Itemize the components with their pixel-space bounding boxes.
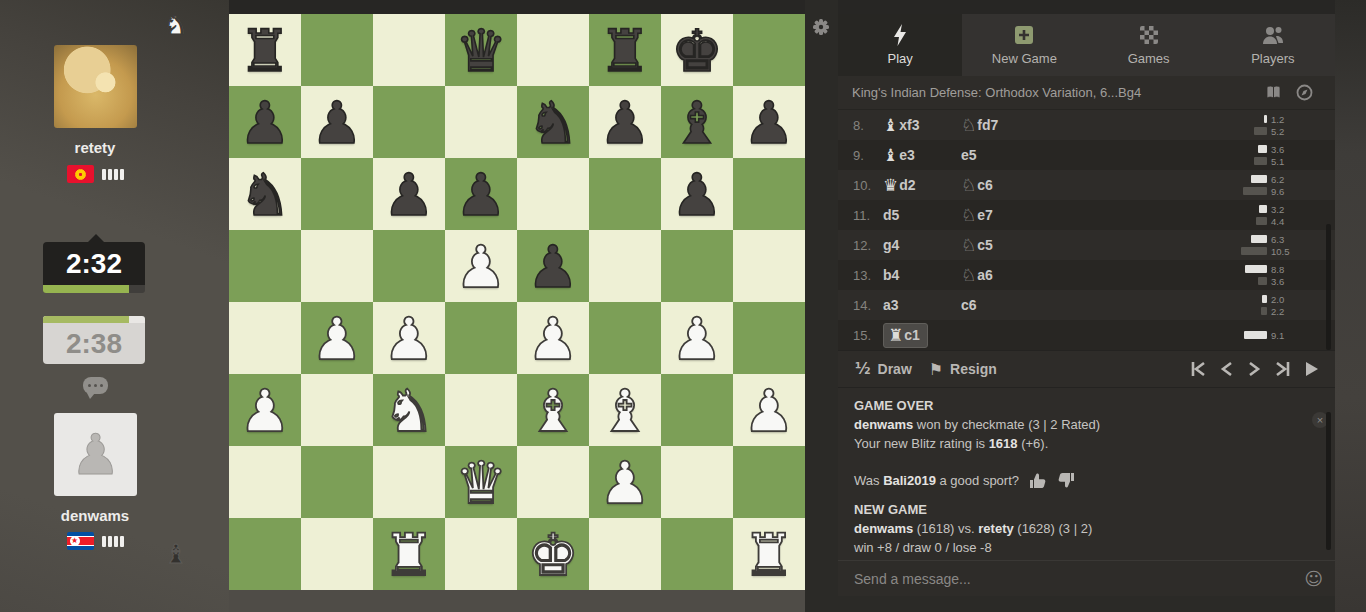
time-spent-black: 10.5 [1241,247,1293,256]
square-f7[interactable]: ♟ [589,86,661,158]
white-knight[interactable]: ♞ [373,374,445,446]
square-e3[interactable]: ♝ [517,374,589,446]
move-san: fd7 [977,117,998,133]
time-spent-white: 6.3 [1251,235,1293,244]
square-c4[interactable]: ♟ [373,302,445,374]
square-a2[interactable] [229,446,301,518]
move-times: 6.310.5 [1183,235,1293,256]
move-san: b4 [883,267,899,283]
square-a3[interactable]: ♟ [229,374,301,446]
black-move[interactable]: ♘c5 [961,235,1039,255]
half-point-icon: ½ [855,360,871,378]
square-c3[interactable]: ♞ [373,374,445,446]
black-knight[interactable]: ♞ [517,86,589,158]
black-move[interactable]: ♘c6 [961,175,1039,195]
square-e8[interactable] [517,14,589,86]
move-row-10: 10.♛d2♘c66.29.6 [838,170,1335,200]
move-list-scrollbar[interactable] [1326,224,1331,350]
square-d8[interactable]: ♛ [445,14,517,86]
move-row-8: 8.♝xf3♘fd71.25.2 [838,110,1335,140]
move-san: d2 [899,177,915,193]
black-move[interactable]: ♘a6 [961,265,1039,285]
tab-games[interactable]: Games [1087,14,1211,76]
black-piece-figurine: ♘ [961,175,976,195]
white-pawn[interactable]: ♟ [445,230,517,302]
time-spent-white: 1.2 [1264,115,1293,124]
square-d7[interactable] [445,86,517,158]
square-g8[interactable]: ♚ [661,14,733,86]
tab-new-game[interactable]: New Game [962,14,1086,76]
move-times: 2.02.2 [1183,295,1293,316]
nav-next-icon[interactable] [1247,361,1261,377]
move-san: d5 [883,207,899,223]
black-pawn[interactable]: ♟ [661,158,733,230]
square-e6[interactable] [517,158,589,230]
move-san: a3 [883,297,899,313]
white-piece-figurine: ♝ [883,145,898,165]
explorer-compass-icon[interactable] [1296,84,1313,101]
move-times: 6.29.6 [1183,175,1293,196]
white-king[interactable]: ♚ [517,518,589,590]
time-spent-black: 9.6 [1243,187,1293,196]
move-times: 3.24.4 [1183,205,1293,226]
square-b1[interactable] [301,518,373,590]
move-san: c1 [904,327,920,343]
move-number: 8. [853,118,883,133]
board-grid-icon [1138,24,1160,46]
time-spent-black: 5.2 [1254,127,1293,136]
tab-label: New Game [992,51,1057,66]
square-c6[interactable]: ♟ [373,158,445,230]
square-b2[interactable] [301,446,373,518]
square-d2[interactable]: ♛ [445,446,517,518]
black-piece-figurine: ♘ [961,115,976,135]
white-pawn[interactable]: ♟ [301,302,373,374]
black-pawn[interactable]: ♟ [373,158,445,230]
square-h5[interactable] [733,230,805,302]
move-row-9: 9.♝e3e53.65.1 [838,140,1335,170]
black-move[interactable]: e5 [961,147,1039,163]
black-pawn[interactable]: ♟ [301,86,373,158]
connection-bars-icon [102,536,124,547]
clock-white: 2:38 [43,323,145,364]
new-game-odds: win +8 / draw 0 / lose -8 [854,538,1092,557]
thumbs-down-icon[interactable] [1057,472,1075,489]
square-f8[interactable]: ♜ [589,14,661,86]
black-king[interactable]: ♚ [661,14,733,86]
square-g3[interactable] [661,374,733,446]
white-move[interactable]: ♝xf3 [883,115,961,135]
north-korea-flag-icon: ★ [67,532,94,550]
time-spent-white: 2.0 [1262,295,1293,304]
move-san: c6 [977,177,993,193]
move-times: 9.1 [1183,331,1293,340]
board[interactable]: ♜♛♜♚♟♟♞♟♝♟♞♟♟♟♟♟♟♟♟♟♟♞♝♝♟♛♟♜♚♜ [229,14,805,590]
square-f1[interactable] [589,518,661,590]
black-pawn[interactable]: ♟ [589,86,661,158]
time-spent-black: 3.6 [1258,277,1293,286]
square-g4[interactable]: ♟ [661,302,733,374]
white-rook[interactable]: ♜ [733,518,805,590]
white-move[interactable]: ♛d2 [883,175,961,195]
chat-bubble-icon [83,377,108,394]
emoji-smiley-icon[interactable]: ☺ [1304,568,1323,589]
white-move[interactable]: g4 [883,237,961,253]
square-b5[interactable] [301,230,373,302]
below-board-strip [229,590,805,612]
move-san: e5 [961,147,977,163]
new-game-matchup: denwams (1618) vs. retety (1628) (3 | 2) [854,519,1092,538]
move-san: g4 [883,237,899,253]
black-move[interactable]: c6 [961,297,1039,313]
move-san: xf3 [899,117,919,133]
square-e2[interactable] [517,446,589,518]
draw-button[interactable]: ½ Draw [855,360,912,378]
sportsmanship-row: Was Bali2019 a good sport? [854,472,1075,489]
draw-label: Draw [878,361,912,377]
white-pawn[interactable]: ♟ [229,374,301,446]
black-move[interactable]: ♘fd7 [961,115,1039,135]
nav-last-icon[interactable] [1274,361,1291,377]
move-number: 11. [853,208,883,223]
chat-scrollbar[interactable] [1326,412,1331,550]
game-over-message: GAME OVER denwams won by checkmate (3 | … [838,388,1335,461]
black-piece-figurine: ♘ [961,235,976,255]
square-a5[interactable] [229,230,301,302]
black-queen[interactable]: ♛ [445,14,517,86]
chat-input[interactable]: Send a message... [854,571,1304,587]
white-move[interactable]: ♝e3 [883,145,961,165]
plus-square-icon [1013,24,1035,46]
white-move[interactable]: b4 [883,267,961,283]
lightning-icon [892,24,908,46]
move-row-13: 13.b4♘a68.83.6 [838,260,1335,290]
new-game-title: NEW GAME [854,500,1092,519]
square-e7[interactable]: ♞ [517,86,589,158]
square-b6[interactable] [301,158,373,230]
opening-book-icon[interactable] [1265,84,1282,101]
white-rook[interactable]: ♜ [373,518,445,590]
square-d1[interactable] [445,518,517,590]
move-times: 1.25.2 [1183,115,1293,136]
square-a4[interactable] [229,302,301,374]
square-a7[interactable]: ♟ [229,86,301,158]
right-strip [1335,0,1366,612]
move-number: 10. [853,178,883,193]
game-panel: Play New Game [838,14,1335,596]
black-pawn[interactable]: ♟ [517,230,589,302]
panel-tabs: Play New Game [838,14,1335,76]
chess-app: ♞ retety 2:32 2:38 ♟ denwams ★ ♝ ♜♛♜♚♟♟♞… [0,0,1366,612]
white-piece-figurine: ♛ [883,175,898,195]
square-b7[interactable]: ♟ [301,86,373,158]
new-game-message: NEW GAME denwams (1618) vs. retety (1628… [854,500,1092,557]
square-g2[interactable] [661,446,733,518]
top-strip [229,0,1335,14]
move-number: 14. [853,298,883,313]
move-san: e7 [977,207,993,223]
square-g6[interactable]: ♟ [661,158,733,230]
white-piece-figurine: ♝ [883,115,898,135]
player-name-top[interactable]: retety [0,139,190,156]
move-list: 8.♝xf3♘fd71.25.29.♝e3e53.65.110.♛d2♘c66.… [838,110,1335,350]
move-number: 9. [853,148,883,163]
black-pawn[interactable]: ♟ [229,86,301,158]
move-san: e3 [899,147,915,163]
square-f6[interactable] [589,158,661,230]
square-c1[interactable]: ♜ [373,518,445,590]
time-spent-white: 6.2 [1251,175,1293,184]
move-row-12: 12.g4♘c56.310.5 [838,230,1335,260]
square-c7[interactable] [373,86,445,158]
white-bishop[interactable]: ♝ [517,374,589,446]
tab-label: Players [1251,51,1294,66]
autoplay-icon[interactable] [1304,361,1319,377]
white-move[interactable]: ♜c1 [883,323,961,348]
square-c2[interactable] [373,446,445,518]
white-pawn[interactable]: ♟ [733,374,805,446]
move-number: 12. [853,238,883,253]
player-meta-top [0,165,190,183]
square-f3[interactable]: ♝ [589,374,661,446]
move-san: c5 [977,237,993,253]
white-pawn[interactable]: ♟ [517,302,589,374]
square-e4[interactable]: ♟ [517,302,589,374]
white-pawn[interactable]: ♟ [373,302,445,374]
move-number: 13. [853,268,883,283]
avatar-retety[interactable] [54,45,137,128]
square-d3[interactable] [445,374,517,446]
time-spent-black: 2.2 [1261,307,1293,316]
captured-white-knight-icon: ♞ [164,12,187,38]
move-row-15: 15.♜c19.1 [838,320,1335,350]
square-d5[interactable]: ♟ [445,230,517,302]
square-b3[interactable] [301,374,373,446]
square-e1[interactable]: ♚ [517,518,589,590]
move-row-14: 14.a3c62.02.2 [838,290,1335,320]
square-h4[interactable] [733,302,805,374]
black-piece-figurine: ♘ [961,205,976,225]
black-move[interactable]: ♘e7 [961,205,1039,225]
opening-name: King's Indian Defense: Orthodox Variatio… [852,85,1265,100]
board-gap [805,0,838,612]
nav-first-icon[interactable] [1190,361,1207,377]
time-spent-white: 8.8 [1245,265,1293,274]
white-move[interactable]: d5 [883,207,961,223]
white-pawn[interactable]: ♟ [661,302,733,374]
chat-input-row: Send a message... ☺ [838,560,1335,596]
move-navigation [1190,361,1319,377]
square-c8[interactable] [373,14,445,86]
game-over-rating: Your new Blitz rating is 1618 (+6). [854,434,1319,453]
time-spent-white: 9.1 [1244,331,1293,340]
square-h1[interactable]: ♜ [733,518,805,590]
thumbs-up-icon[interactable] [1029,472,1047,489]
players-icon [1261,24,1285,46]
square-a6[interactable]: ♞ [229,158,301,230]
time-spent-black: 5.1 [1254,157,1293,166]
square-h2[interactable] [733,446,805,518]
square-h7[interactable]: ♟ [733,86,805,158]
black-rook[interactable]: ♜ [589,14,661,86]
player-sidebar: ♞ retety 2:32 2:38 ♟ denwams ★ ♝ [0,0,229,612]
clock-black: 2:32 [43,242,145,285]
white-pawn[interactable]: ♟ [589,446,661,518]
move-row-11: 11.d5♘e73.24.4 [838,200,1335,230]
black-rook[interactable]: ♜ [229,14,301,86]
square-g1[interactable] [661,518,733,590]
resign-flag-icon: ⚑ [929,360,943,379]
square-f4[interactable] [589,302,661,374]
game-over-result: denwams won by checkmate (3 | 2 Rated) [854,415,1319,434]
controls-row: ½ Draw ⚑ Resign [838,350,1335,388]
square-a8[interactable]: ♜ [229,14,301,86]
clock-white-timebar [43,316,145,323]
time-spent-white: 3.6 [1258,145,1293,154]
square-f5[interactable] [589,230,661,302]
captured-black-bishop-icon: ♝ [164,541,187,567]
square-h8[interactable] [733,14,805,86]
black-pawn[interactable]: ♟ [445,158,517,230]
move-san: c6 [961,297,977,313]
square-h6[interactable] [733,158,805,230]
game-over-title: GAME OVER [854,396,1319,415]
square-f2[interactable]: ♟ [589,446,661,518]
tab-play[interactable]: Play [838,14,962,76]
square-h3[interactable]: ♟ [733,374,805,446]
square-e5[interactable]: ♟ [517,230,589,302]
white-piece-figurine: ♜ [888,325,903,345]
opening-row: King's Indian Defense: Orthodox Variatio… [838,76,1335,110]
time-spent-black: 4.4 [1256,217,1293,226]
tab-label: Play [887,51,912,66]
resign-label: Resign [950,361,997,377]
tab-players[interactable]: Players [1211,14,1335,76]
kyrgyzstan-flag-icon [67,165,94,183]
default-pawn-avatar-icon: ♟ [70,422,120,487]
move-times: 3.65.1 [1183,145,1293,166]
black-piece-figurine: ♘ [961,265,976,285]
resign-button[interactable]: ⚑ Resign [929,360,997,379]
square-c5[interactable] [373,230,445,302]
move-san: a6 [977,267,993,283]
square-d4[interactable] [445,302,517,374]
white-queen[interactable]: ♛ [445,446,517,518]
nav-prev-icon[interactable] [1220,361,1234,377]
square-b8[interactable] [301,14,373,86]
time-spent-white: 3.2 [1259,205,1293,214]
sportsmanship-question: Was Bali2019 a good sport? [854,473,1019,488]
black-pawn[interactable]: ♟ [733,86,805,158]
square-d6[interactable]: ♟ [445,158,517,230]
settings-gear-icon[interactable] [811,17,831,37]
black-bishop[interactable]: ♝ [661,86,733,158]
square-g5[interactable] [661,230,733,302]
clock-black-timebar [43,285,145,293]
player-meta-bottom: ★ [0,532,190,550]
black-knight[interactable]: ♞ [229,158,301,230]
white-move[interactable]: a3 [883,297,961,313]
connection-bars-icon [102,169,124,180]
avatar-denwams[interactable]: ♟ [54,413,137,496]
move-number: 15. [853,328,883,343]
player-name-bottom[interactable]: denwams [0,507,190,524]
white-bishop[interactable]: ♝ [589,374,661,446]
tab-label: Games [1128,51,1170,66]
square-g7[interactable]: ♝ [661,86,733,158]
square-a1[interactable] [229,518,301,590]
square-b4[interactable]: ♟ [301,302,373,374]
move-times: 8.83.6 [1183,265,1293,286]
